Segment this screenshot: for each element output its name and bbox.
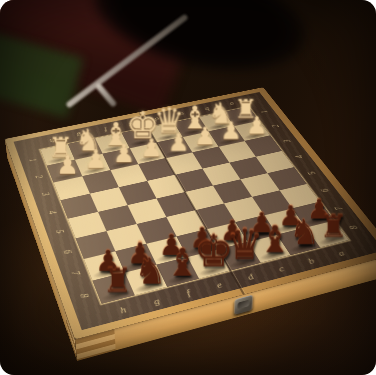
scene: hgfedcba hgfedcba 12345678 12345678 ♜♞♝♚… <box>0 0 376 375</box>
rank-label-left-7: 7 <box>69 270 82 277</box>
chess-board-box: hgfedcba hgfedcba 12345678 12345678 ♜♞♝♚… <box>5 87 376 339</box>
black-bishop: ♝ <box>165 243 199 281</box>
rank-label-left-5: 5 <box>53 228 66 234</box>
black-rook: ♜ <box>320 211 348 242</box>
metal-clasp <box>234 295 252 315</box>
rank-label-left-8: 8 <box>77 292 91 299</box>
black-rook: ♜ <box>103 265 133 298</box>
rank-label-left-6: 6 <box>61 248 74 254</box>
chess-set-photo: hgfedcba hgfedcba 12345678 12345678 ♜♞♝♚… <box>0 0 376 375</box>
black-knight: ♞ <box>289 215 320 250</box>
black-king: ♚ <box>194 229 234 274</box>
black-knight: ♞ <box>134 253 167 289</box>
